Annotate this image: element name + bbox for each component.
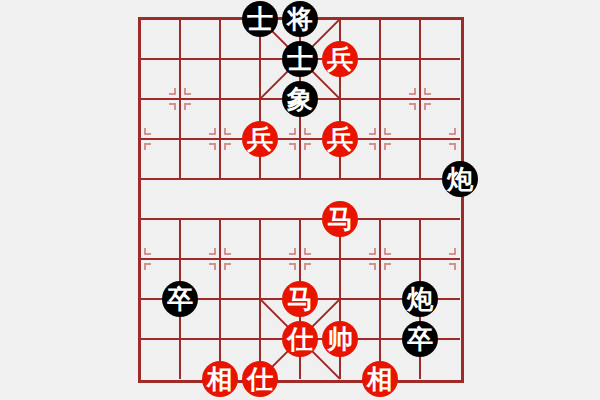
piece-black-cannon[interactable]: 炮 [442, 161, 478, 197]
piece-black-pawn[interactable]: 卒 [402, 321, 438, 357]
piece-black-advisor[interactable]: 士 [282, 41, 318, 77]
screen: 士将士兵象兵兵炮马卒马炮仕帅卒相仕相 [0, 0, 600, 400]
piece-red-advisor[interactable]: 仕 [282, 321, 318, 357]
piece-black-elephant[interactable]: 象 [282, 81, 318, 117]
pieces-layer: 士将士兵象兵兵炮马卒马炮仕帅卒相仕相 [120, 0, 480, 399]
piece-red-pawn[interactable]: 兵 [242, 121, 278, 157]
xiangqi-board[interactable]: 士将士兵象兵兵炮马卒马炮仕帅卒相仕相 [140, 19, 460, 379]
piece-red-horse[interactable]: 马 [322, 201, 358, 237]
piece-red-elephant[interactable]: 相 [202, 361, 238, 397]
piece-black-pawn[interactable]: 卒 [162, 281, 198, 317]
piece-black-cannon[interactable]: 炮 [402, 281, 438, 317]
piece-red-advisor[interactable]: 仕 [242, 361, 278, 397]
piece-red-pawn[interactable]: 兵 [322, 41, 358, 77]
piece-red-general[interactable]: 帅 [322, 321, 358, 357]
piece-red-pawn[interactable]: 兵 [322, 121, 358, 157]
piece-red-elephant[interactable]: 相 [362, 361, 398, 397]
piece-black-advisor[interactable]: 士 [242, 1, 278, 37]
piece-red-horse[interactable]: 马 [282, 281, 318, 317]
piece-black-general[interactable]: 将 [282, 1, 318, 37]
